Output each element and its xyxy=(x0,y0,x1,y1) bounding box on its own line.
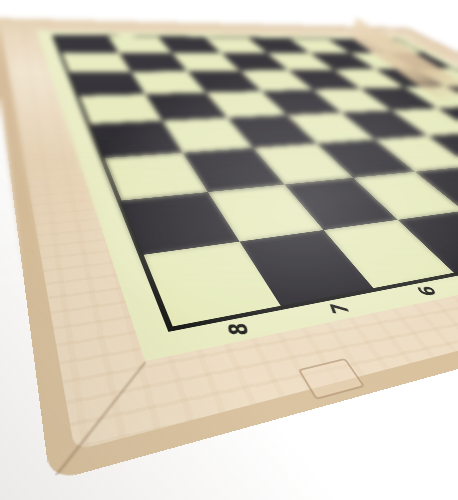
chess-board: 876 xyxy=(0,18,458,482)
photo-background: 876 xyxy=(0,0,458,500)
rank-labels: 876 xyxy=(0,18,458,482)
rank-label-8: 8 xyxy=(212,314,262,347)
rank-label-7: 7 xyxy=(314,296,365,325)
rank-label-6: 6 xyxy=(401,279,452,305)
